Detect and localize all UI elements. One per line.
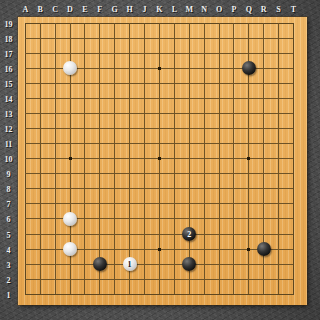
- grid-line: [25, 203, 293, 204]
- star-point: [158, 248, 161, 251]
- coord-label-top: T: [287, 4, 301, 15]
- move-number: 1: [128, 260, 132, 269]
- coord-label-left: 3: [1, 260, 16, 271]
- coord-label-left: 15: [1, 79, 16, 90]
- stone-white-D4: [63, 242, 77, 256]
- go-diagram: ABCDEFGHJKLMNOPQRST191817161514131211109…: [0, 0, 320, 320]
- coord-label-top: N: [197, 4, 211, 15]
- coord-label-left: 1: [1, 290, 16, 301]
- coord-label-left: 4: [1, 245, 16, 256]
- coord-label-top: G: [108, 4, 122, 15]
- coord-label-left: 10: [1, 154, 16, 165]
- coord-label-left: 5: [1, 230, 16, 241]
- coord-label-top: L: [167, 4, 181, 15]
- coord-label-top: B: [33, 4, 47, 15]
- coord-label-left: 9: [1, 169, 16, 180]
- coord-label-left: 11: [1, 139, 16, 150]
- star-point: [247, 157, 250, 160]
- coord-label-top: D: [63, 4, 77, 15]
- star-point: [158, 67, 161, 70]
- grid-line: [25, 279, 293, 280]
- coord-label-top: H: [123, 4, 137, 15]
- coord-label-top: M: [182, 4, 196, 15]
- coord-label-top: C: [48, 4, 62, 15]
- coord-label-top: S: [272, 4, 286, 15]
- star-point: [69, 157, 72, 160]
- grid-line: [25, 264, 293, 265]
- coord-label-left: 8: [1, 184, 16, 195]
- grid-line: [204, 23, 205, 294]
- coord-label-top: E: [78, 4, 92, 15]
- coord-label-left: 6: [1, 214, 16, 225]
- coord-label-left: 2: [1, 275, 16, 286]
- coord-label-top: P: [227, 4, 241, 15]
- coord-label-left: 19: [1, 19, 16, 30]
- coord-label-top: O: [212, 4, 226, 15]
- coord-label-left: 14: [1, 94, 16, 105]
- grid-line: [189, 23, 190, 294]
- stone-white-D6: [63, 212, 77, 226]
- coord-label-left: 13: [1, 109, 16, 120]
- grid-line: [25, 173, 293, 174]
- stone-white-H3: 1: [123, 257, 137, 271]
- grid-line: [174, 23, 175, 294]
- coord-label-left: 18: [1, 34, 16, 45]
- stone-black-R4: [257, 242, 271, 256]
- coord-label-left: 17: [1, 49, 16, 60]
- grid-line: [25, 188, 293, 189]
- coord-label-top: K: [152, 4, 166, 15]
- coord-label-left: 16: [1, 64, 16, 75]
- coord-label-top: J: [138, 4, 152, 15]
- coord-label-top: F: [93, 4, 107, 15]
- star-point: [158, 157, 161, 160]
- grid-line: [25, 234, 293, 235]
- coord-label-top: A: [18, 4, 32, 15]
- coord-label-left: 7: [1, 199, 16, 210]
- coord-label-top: Q: [242, 4, 256, 15]
- grid-line: [278, 23, 279, 294]
- grid-line: [233, 23, 234, 294]
- move-number: 2: [187, 230, 191, 239]
- star-point: [247, 248, 250, 251]
- coord-label-left: 12: [1, 124, 16, 135]
- grid-line: [219, 23, 220, 294]
- stone-black-F3: [93, 257, 107, 271]
- coord-label-top: R: [257, 4, 271, 15]
